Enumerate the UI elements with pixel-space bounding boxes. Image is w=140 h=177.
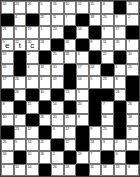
black-cell: [14, 51, 27, 64]
black-cell: [26, 114, 39, 127]
clue-number: 8: [90, 40, 92, 44]
clue-number: 10: [40, 90, 43, 94]
cell[interactable]: 15: [1, 64, 14, 77]
black-cell: [76, 139, 89, 152]
clue-number: 24: [15, 2, 18, 6]
cell[interactable]: 10: [26, 151, 39, 164]
black-cell: [89, 101, 102, 114]
cell[interactable]: 26: [26, 1, 39, 14]
cell[interactable]: 20: [76, 101, 89, 114]
clue-number: 22: [128, 140, 131, 144]
cell[interactable]: 14: [51, 101, 64, 114]
cell[interactable]: 20: [126, 1, 139, 14]
clue-number: 4: [115, 140, 117, 144]
clue-number: 18: [65, 52, 68, 56]
clue-number: 19: [53, 77, 56, 81]
clue-number: 10: [65, 2, 68, 6]
cell[interactable]: 5e: [1, 39, 14, 52]
black-cell: [1, 126, 14, 139]
cell[interactable]: 14: [76, 76, 89, 89]
black-cell: [51, 89, 64, 102]
black-cell: [64, 26, 77, 39]
cell[interactable]: 22: [101, 51, 114, 64]
clue-number: 23: [15, 127, 18, 131]
clue-number: 13: [3, 52, 6, 56]
black-cell: [39, 101, 52, 114]
clue-number: 6: [15, 27, 17, 31]
clue-number: 24: [115, 90, 118, 94]
clue-number: 21: [128, 65, 131, 69]
cell[interactable]: 21: [39, 139, 52, 152]
cell[interactable]: 13: [1, 51, 14, 64]
clue-number: 14: [78, 77, 81, 81]
cell[interactable]: 13: [64, 89, 77, 102]
cell[interactable]: 21: [1, 26, 14, 39]
clue-number: 25: [65, 115, 68, 119]
clue-number: 7: [65, 15, 67, 19]
black-cell: [1, 14, 14, 27]
cell[interactable]: 7: [101, 101, 114, 114]
black-cell: [76, 39, 89, 52]
letter: e: [2, 42, 13, 50]
clue-number: 2: [28, 52, 30, 56]
clue-number: 12: [78, 2, 81, 6]
black-cell: [126, 76, 139, 89]
black-cell: [64, 151, 77, 164]
clue-number: 14: [53, 102, 56, 106]
clue-number: 22: [40, 15, 43, 19]
cell[interactable]: 8: [101, 1, 114, 14]
cell[interactable]: 16: [51, 1, 64, 14]
cell[interactable]: 20: [51, 114, 64, 127]
cell[interactable]: 16: [101, 114, 114, 127]
cell[interactable]: 18: [101, 164, 114, 177]
cell[interactable]: 7: [89, 151, 102, 164]
clue-number: 12: [28, 77, 31, 81]
cell[interactable]: 1: [39, 26, 52, 39]
cell[interactable]: 8: [1, 101, 14, 114]
cell[interactable]: 24: [39, 39, 52, 52]
clue-number: 14: [28, 165, 31, 169]
clue-number: 26: [40, 152, 43, 156]
clue-number: 16: [65, 40, 68, 44]
cell[interactable]: 9: [89, 126, 102, 139]
cell[interactable]: 20c: [26, 39, 39, 52]
cell[interactable]: 12: [64, 139, 77, 152]
cell[interactable]: 11: [126, 126, 139, 139]
cell[interactable]: 6: [76, 51, 89, 64]
clue-number: 10: [15, 165, 18, 169]
clue-number: 8: [3, 102, 5, 106]
clue-number: 26: [40, 115, 43, 119]
clue-number: 11: [103, 40, 106, 44]
clue-number: 9: [115, 15, 117, 19]
cell[interactable]: 6: [14, 26, 27, 39]
black-cell: [64, 64, 77, 77]
clue-number: 11: [128, 127, 131, 131]
cell[interactable]: 11: [101, 39, 114, 52]
clue-number: 25: [103, 127, 106, 131]
cell[interactable]: 8: [89, 39, 102, 52]
cell[interactable]: 7: [126, 39, 139, 52]
clue-number: 16: [103, 115, 106, 119]
cell[interactable]: 17: [1, 76, 14, 89]
clue-number: 17: [3, 77, 6, 81]
cell[interactable]: 15: [89, 1, 102, 14]
clue-number: 12: [28, 127, 31, 131]
clue-number: 6: [128, 165, 130, 169]
clue-number: 4: [3, 165, 5, 169]
cell[interactable]: 1: [114, 64, 127, 77]
cell[interactable]: 4: [26, 64, 39, 77]
cell[interactable]: 2: [26, 51, 39, 64]
cell[interactable]: 10: [126, 51, 139, 64]
cell[interactable]: 12: [26, 76, 39, 89]
cell[interactable]: 3: [39, 76, 52, 89]
cell[interactable]: 5: [89, 76, 102, 89]
cell[interactable]: 12t: [14, 39, 27, 52]
black-cell: [39, 51, 52, 64]
cell[interactable]: 23: [14, 126, 27, 139]
clue-number: 25: [53, 52, 56, 56]
cell[interactable]: 8: [114, 76, 127, 89]
clue-number: 2: [128, 15, 130, 19]
black-cell: [26, 89, 39, 102]
clue-number: 16: [3, 152, 6, 156]
clue-number: 17: [78, 65, 81, 69]
black-cell: [126, 89, 139, 102]
clue-number: 11: [53, 15, 56, 19]
cell[interactable]: 15: [26, 101, 39, 114]
clue-number: 12: [65, 140, 68, 144]
cell[interactable]: 5: [76, 89, 89, 102]
clue-number: 15: [28, 102, 31, 106]
clue-number: 10: [53, 65, 56, 69]
clue-number: 24: [90, 65, 93, 69]
clue-number: 13: [3, 2, 6, 6]
cell[interactable]: 22: [126, 139, 139, 152]
black-cell: [39, 126, 52, 139]
clue-number: 18: [90, 15, 93, 19]
cell[interactable]: 6: [114, 151, 127, 164]
cell[interactable]: 3: [101, 139, 114, 152]
cell[interactable]: 23: [101, 76, 114, 89]
black-cell: [89, 114, 102, 127]
black-cell: [14, 101, 27, 114]
cell[interactable]: 13: [1, 1, 14, 14]
cell[interactable]: 25: [51, 51, 64, 64]
clue-number: 6: [115, 152, 117, 156]
cell[interactable]: 26: [14, 76, 27, 89]
clue-number: 14: [28, 140, 31, 144]
clue-number: 8: [78, 115, 80, 119]
clue-number: 8: [115, 77, 117, 81]
cell[interactable]: 26: [1, 139, 14, 152]
black-cell: [126, 26, 139, 39]
cell[interactable]: 26: [14, 89, 27, 102]
letter: t: [15, 42, 26, 50]
cell[interactable]: 19: [26, 26, 39, 39]
cell[interactable]: 19: [51, 76, 64, 89]
clue-number: 7: [128, 40, 130, 44]
clue-number: 10: [128, 52, 131, 56]
cell[interactable]: 23: [51, 26, 64, 39]
clue-number: 25: [103, 15, 106, 19]
clue-number: 19: [28, 27, 31, 31]
black-cell: [64, 101, 77, 114]
cell[interactable]: 4: [114, 139, 127, 152]
clue-number: 22: [103, 52, 106, 56]
clue-number: 15: [3, 65, 6, 69]
clue-number: 13: [65, 90, 68, 94]
cell[interactable]: 26: [39, 114, 52, 127]
black-cell: [101, 151, 114, 164]
black-cell: [51, 39, 64, 52]
cell[interactable]: 17: [114, 26, 127, 39]
cell[interactable]: 8: [76, 114, 89, 127]
cell[interactable]: 18: [126, 114, 139, 127]
clue-number: 1: [40, 27, 42, 31]
clue-number: 26: [53, 165, 56, 169]
clue-number: 3: [40, 77, 42, 81]
clue-number: 10: [28, 152, 31, 156]
black-cell: [114, 51, 127, 64]
clue-number: 26: [115, 40, 118, 44]
cell[interactable]: 26: [51, 164, 64, 177]
cell[interactable]: 14: [76, 26, 89, 39]
cell[interactable]: 22: [39, 14, 52, 27]
clue-number: 16: [40, 65, 43, 69]
clue-number: 5: [78, 90, 80, 94]
cell[interactable]: 10: [14, 164, 27, 177]
cell[interactable]: 24: [64, 164, 77, 177]
black-cell: [101, 89, 114, 102]
cell[interactable]: 4: [14, 114, 27, 127]
cell[interactable]: 16: [64, 39, 77, 52]
black-cell: [89, 89, 102, 102]
clue-number: 23: [53, 27, 56, 31]
clue-number: 5: [15, 140, 17, 144]
cell[interactable]: 25: [101, 126, 114, 139]
clue-number: 26: [128, 102, 131, 106]
cell[interactable]: 12: [76, 1, 89, 14]
cell[interactable]: 17: [64, 126, 77, 139]
cell[interactable]: 4: [1, 164, 14, 177]
clue-number: 7: [103, 102, 105, 106]
cell[interactable]: 10: [1, 114, 14, 127]
cell[interactable]: 6: [51, 126, 64, 139]
cell[interactable]: 19: [76, 151, 89, 164]
cell[interactable]: 5: [14, 139, 27, 152]
black-cell: [114, 114, 127, 127]
cell[interactable]: 24: [89, 64, 102, 77]
clue-number: 14: [78, 27, 81, 31]
cell[interactable]: 7: [64, 14, 77, 27]
clue-number: 7: [90, 152, 92, 156]
clue-number: 3: [103, 140, 105, 144]
cell[interactable]: 25: [64, 114, 77, 127]
clue-number: 24: [40, 40, 43, 44]
clue-number: 11: [90, 165, 93, 169]
cell[interactable]: 2: [51, 151, 64, 164]
clue-number: 26: [28, 2, 31, 6]
clue-number: 19: [78, 152, 81, 156]
cell[interactable]: 24: [14, 1, 27, 14]
cell[interactable]: 25: [101, 14, 114, 27]
clue-number: 10: [3, 115, 6, 119]
clue-number: 21: [40, 140, 43, 144]
cell[interactable]: 24: [114, 89, 127, 102]
cell[interactable]: 17: [76, 64, 89, 77]
cell[interactable]: 5: [39, 1, 52, 14]
cell[interactable]: 11: [51, 14, 64, 27]
clue-number: 17: [65, 127, 68, 131]
black-cell: [76, 126, 89, 139]
cell[interactable]: 13: [114, 164, 127, 177]
clue-number: 1: [115, 65, 117, 69]
clue-number: 21: [3, 27, 6, 31]
cell[interactable]: 10: [64, 1, 77, 14]
cell[interactable]: 26: [39, 151, 52, 164]
clue-number: 18: [103, 165, 106, 169]
black-cell: [114, 126, 127, 139]
cell[interactable]: 18: [64, 51, 77, 64]
clue-number: 4: [28, 65, 30, 69]
cell[interactable]: 26: [126, 101, 139, 114]
clue-number: 4: [15, 115, 17, 119]
cell[interactable]: 16: [39, 64, 52, 77]
black-cell: [14, 151, 27, 164]
cell[interactable]: 14: [26, 164, 39, 177]
clue-number: 4: [15, 15, 17, 19]
clue-number: 24: [90, 140, 93, 144]
clue-number: 17: [115, 27, 118, 31]
clue-number: 26: [3, 140, 6, 144]
black-cell: [126, 151, 139, 164]
cell[interactable]: 10: [51, 64, 64, 77]
cell[interactable]: 10: [39, 89, 52, 102]
black-cell: [26, 14, 39, 27]
clue-number: 9: [90, 127, 92, 131]
clue-number: 8: [103, 2, 105, 6]
letter: c: [27, 42, 38, 50]
cell[interactable]: 24: [89, 139, 102, 152]
cell[interactable]: 3: [101, 26, 114, 39]
black-cell: [114, 101, 127, 114]
cell[interactable]: 11: [89, 164, 102, 177]
black-cell: [101, 64, 114, 77]
cell[interactable]: 16: [1, 151, 14, 164]
cell[interactable]: 14: [26, 139, 39, 152]
cell[interactable]: 2: [126, 14, 139, 27]
clue-number: 20: [53, 115, 56, 119]
clue-number: 6: [78, 52, 80, 56]
clue-number: 3: [103, 27, 105, 31]
clue-number: 26: [15, 90, 18, 94]
cell[interactable]: 6: [126, 164, 139, 177]
clue-number: 13: [115, 165, 118, 169]
black-cell: [114, 1, 127, 14]
black-cell: [76, 14, 89, 27]
clue-number: 15: [90, 2, 93, 6]
clue-number: 18: [128, 115, 131, 119]
black-cell: [76, 164, 89, 177]
cell[interactable]: 21: [126, 64, 139, 77]
clue-number: 20: [128, 2, 131, 6]
clue-number: 20: [78, 102, 81, 106]
black-cell: [89, 26, 102, 39]
clue-number: 16: [53, 2, 56, 6]
clue-number: 26: [15, 77, 18, 81]
cell[interactable]: 18: [89, 14, 102, 27]
clue-number: 2: [53, 152, 55, 156]
clue-number: 6: [53, 127, 55, 131]
cell[interactable]: 9: [114, 14, 127, 27]
cell[interactable]: 4: [14, 14, 27, 27]
black-cell: [39, 164, 52, 177]
clue-number: 24: [65, 165, 68, 169]
black-cell: [14, 64, 27, 77]
black-cell: [64, 76, 77, 89]
black-cell: [1, 89, 14, 102]
clue-number: 23: [103, 77, 106, 81]
cell[interactable]: 26: [114, 39, 127, 52]
clue-number: 5: [40, 2, 42, 6]
codeword-grid: 1324265161012158204221171825922161912314…: [0, 0, 140, 177]
cell[interactable]: 12: [26, 126, 39, 139]
clue-number: 5: [90, 77, 92, 81]
black-cell: [89, 51, 102, 64]
black-cell: [51, 139, 64, 152]
